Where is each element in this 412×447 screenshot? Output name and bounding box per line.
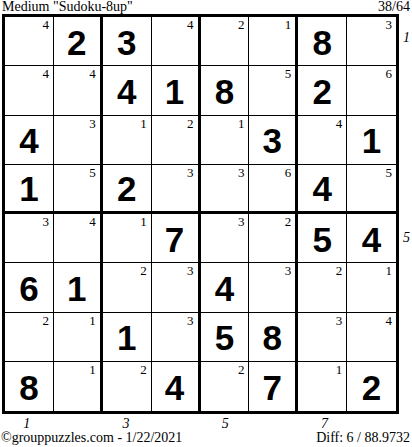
cell-r3c2[interactable]: 3 <box>54 116 103 165</box>
pencil-mark: 1 <box>238 117 245 131</box>
pencil-mark: 5 <box>386 166 393 180</box>
puzzle-title: Medium "Sudoku-8up" <box>2 0 133 15</box>
pencil-mark: 1 <box>140 215 147 229</box>
cell-r2c3[interactable]: 4 <box>103 66 152 115</box>
given-digit: 4 <box>165 370 184 405</box>
pencil-mark: 4 <box>89 215 96 229</box>
pencil-mark: 4 <box>42 67 49 81</box>
cell-r6c4[interactable]: 3 <box>152 263 201 312</box>
pencil-mark: 3 <box>89 117 96 131</box>
given-digit: 2 <box>117 171 136 206</box>
given-digit: 7 <box>165 222 184 257</box>
cell-r1c2[interactable]: 2 <box>54 17 103 66</box>
cell-r5c2[interactable]: 4 <box>54 214 103 263</box>
cell-r7c2[interactable]: 1 <box>54 313 103 362</box>
pencil-mark: 3 <box>285 264 292 278</box>
cell-r3c3[interactable]: 1 <box>103 116 152 165</box>
cell-r4c6[interactable]: 6 <box>249 165 298 214</box>
given-digit: 4 <box>362 222 381 257</box>
pencil-mark: 2 <box>42 314 49 328</box>
pencil-mark: 3 <box>187 166 194 180</box>
cell-r8c8[interactable]: 2 <box>347 362 396 411</box>
cell-r8c5[interactable]: 2 <box>201 362 250 411</box>
pencil-mark: 1 <box>336 363 343 377</box>
pencil-mark: 3 <box>42 215 49 229</box>
cell-r7c5[interactable]: 5 <box>201 313 250 362</box>
pencil-mark: 2 <box>238 18 245 32</box>
cell-r5c5[interactable]: 3 <box>201 214 250 263</box>
cell-r7c3[interactable]: 1 <box>103 313 152 362</box>
cell-r3c7[interactable]: 4 <box>298 116 347 165</box>
pencil-mark: 1 <box>285 18 292 32</box>
cell-r7c4[interactable]: 3 <box>152 313 201 362</box>
pencil-mark: 3 <box>187 314 194 328</box>
pencil-mark: 1 <box>89 363 96 377</box>
given-digit: 1 <box>165 74 184 109</box>
cell-r6c7[interactable]: 2 <box>298 263 347 312</box>
pencil-mark: 3 <box>238 166 245 180</box>
cell-r5c8[interactable]: 4 <box>347 214 396 263</box>
cell-r2c8[interactable]: 6 <box>347 66 396 115</box>
copyright-date: ©grouppuzzles.com - 1/22/2021 <box>1 430 182 446</box>
given-digit: 1 <box>19 171 38 206</box>
pencil-mark: 2 <box>238 363 245 377</box>
cell-r6c5[interactable]: 4 <box>201 263 250 312</box>
given-digit: 6 <box>19 271 38 306</box>
cell-r2c7[interactable]: 2 <box>298 66 347 115</box>
given-digit: 4 <box>215 271 234 306</box>
pencil-mark: 2 <box>140 264 147 278</box>
given-digit: 1 <box>117 320 136 355</box>
pencil-mark: 3 <box>336 314 343 328</box>
row-label-1: 1 <box>403 30 410 46</box>
pencil-mark: 4 <box>187 18 194 32</box>
given-digit: 3 <box>117 25 136 60</box>
cell-r3c4[interactable]: 2 <box>152 116 201 165</box>
pencil-mark: 2 <box>285 215 292 229</box>
pencil-mark: 5 <box>285 67 292 81</box>
cell-r3c6[interactable]: 3 <box>249 116 298 165</box>
cell-r4c5[interactable]: 3 <box>201 165 250 214</box>
pencil-mark: 5 <box>89 166 96 180</box>
sudoku-board: 4234218344418526431213411523364534173254… <box>2 14 399 414</box>
given-digit: 1 <box>67 271 86 306</box>
cell-r6c2[interactable]: 1 <box>54 263 103 312</box>
given-digit: 2 <box>362 370 381 405</box>
pencil-mark: 1 <box>89 314 96 328</box>
given-digit: 8 <box>215 74 234 109</box>
cell-r5c1[interactable]: 3 <box>5 214 54 263</box>
given-digit: 8 <box>263 320 282 355</box>
cell-r8c2[interactable]: 1 <box>54 362 103 411</box>
pencil-mark: 1 <box>140 117 147 131</box>
cell-r5c3[interactable]: 1 <box>103 214 152 263</box>
pencil-mark: 2 <box>140 363 147 377</box>
cell-r1c3[interactable]: 3 <box>103 17 152 66</box>
cell-r3c5[interactable]: 1 <box>201 116 250 165</box>
cell-r7c7[interactable]: 3 <box>298 313 347 362</box>
cell-r1c1[interactable]: 4 <box>5 17 54 66</box>
given-digit: 5 <box>312 222 331 257</box>
pencil-mark: 6 <box>386 67 393 81</box>
pencil-mark: 2 <box>336 264 343 278</box>
cell-r1c7[interactable]: 8 <box>298 17 347 66</box>
cell-r4c2[interactable]: 5 <box>54 165 103 214</box>
cell-r5c7[interactable]: 5 <box>298 214 347 263</box>
cell-r4c4[interactable]: 3 <box>152 165 201 214</box>
cell-r2c1[interactable]: 4 <box>5 66 54 115</box>
cell-r2c5[interactable]: 8 <box>201 66 250 115</box>
given-digit: 7 <box>263 370 282 405</box>
cell-r8c4[interactable]: 4 <box>152 362 201 411</box>
pencil-mark: 3 <box>187 264 194 278</box>
cell-r4c7[interactable]: 4 <box>298 165 347 214</box>
pencil-mark: 4 <box>336 117 343 131</box>
cell-r5c4[interactable]: 7 <box>152 214 201 263</box>
pencil-mark: 6 <box>285 166 292 180</box>
cell-r6c3[interactable]: 2 <box>103 263 152 312</box>
given-digit: 3 <box>263 123 282 158</box>
cell-r8c6[interactable]: 7 <box>249 362 298 411</box>
cell-r2c4[interactable]: 1 <box>152 66 201 115</box>
cell-r6c8[interactable]: 1 <box>347 263 396 312</box>
given-digit: 2 <box>312 74 331 109</box>
cell-r3c1[interactable]: 4 <box>5 116 54 165</box>
pencil-mark: 1 <box>386 264 393 278</box>
cell-r3c8[interactable]: 1 <box>347 116 396 165</box>
pencil-mark: 4 <box>89 67 96 81</box>
pencil-mark: 2 <box>187 117 194 131</box>
cell-r1c5[interactable]: 2 <box>201 17 250 66</box>
given-digit: 5 <box>215 320 234 355</box>
cell-r5c6[interactable]: 2 <box>249 214 298 263</box>
cell-r2c6[interactable]: 5 <box>249 66 298 115</box>
given-digit: 4 <box>312 171 331 206</box>
cell-r2c2[interactable]: 4 <box>54 66 103 115</box>
cell-r4c3[interactable]: 2 <box>103 165 152 214</box>
cell-r8c1[interactable]: 8 <box>5 362 54 411</box>
cell-r6c1[interactable]: 6 <box>5 263 54 312</box>
cell-r8c3[interactable]: 2 <box>103 362 152 411</box>
cell-r1c8[interactable]: 3 <box>347 17 396 66</box>
given-digit: 1 <box>362 123 381 158</box>
pencil-mark: 4 <box>42 18 49 32</box>
cell-r1c6[interactable]: 1 <box>249 17 298 66</box>
cell-counter: 38/64 <box>378 0 410 15</box>
given-digit: 8 <box>312 25 331 60</box>
given-digit: 4 <box>117 74 136 109</box>
pencil-mark: 3 <box>238 215 245 229</box>
difficulty-rating: Diff: 6 / 88.9732 <box>316 430 410 446</box>
cell-r7c8[interactable]: 4 <box>347 313 396 362</box>
cell-r7c1[interactable]: 2 <box>5 313 54 362</box>
pencil-mark: 4 <box>386 314 393 328</box>
cell-r6c6[interactable]: 3 <box>249 263 298 312</box>
pencil-mark: 3 <box>386 18 393 32</box>
cell-r8c7[interactable]: 1 <box>298 362 347 411</box>
given-digit: 2 <box>67 25 86 60</box>
cell-r4c1[interactable]: 1 <box>5 165 54 214</box>
given-digit: 4 <box>19 123 38 158</box>
given-digit: 8 <box>19 370 38 405</box>
cell-r1c4[interactable]: 4 <box>152 17 201 66</box>
row-label-5: 5 <box>403 230 410 246</box>
col-label-5: 5 <box>219 416 231 432</box>
cell-r4c8[interactable]: 5 <box>347 165 396 214</box>
cell-r7c6[interactable]: 8 <box>249 313 298 362</box>
